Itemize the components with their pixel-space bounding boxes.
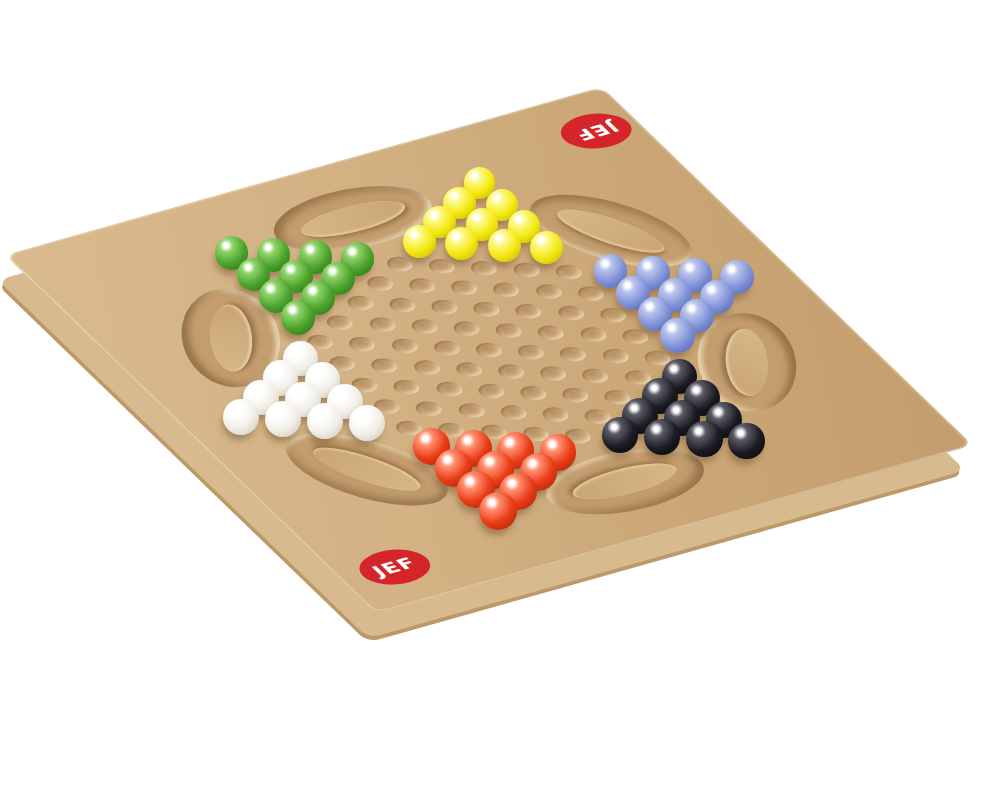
hole[interactable] [362, 274, 397, 293]
product-photo-stage: JEF JEF [0, 0, 996, 806]
hole[interactable] [365, 315, 400, 334]
hole[interactable] [404, 276, 439, 295]
hole[interactable] [558, 385, 593, 404]
hole[interactable] [424, 257, 459, 276]
hole[interactable] [454, 401, 489, 420]
hole[interactable] [493, 362, 528, 381]
hole[interactable] [578, 366, 613, 385]
hole[interactable] [431, 379, 466, 398]
hole[interactable] [471, 340, 506, 359]
hole[interactable] [489, 280, 524, 299]
hole[interactable] [513, 342, 548, 361]
hole[interactable] [407, 317, 442, 336]
marble-yellow[interactable] [530, 231, 563, 264]
hole[interactable] [345, 334, 380, 353]
marble-black[interactable] [728, 423, 765, 460]
hole[interactable] [551, 263, 586, 282]
hole[interactable] [555, 344, 590, 363]
hole[interactable] [389, 377, 424, 396]
hole[interactable] [553, 304, 588, 323]
chinese-checkers-board: JEF JEF [5, 87, 973, 613]
tray-island [563, 456, 687, 506]
hole[interactable] [496, 403, 531, 422]
marble-black[interactable] [686, 421, 723, 458]
jef-logo-top-right: JEF [549, 107, 644, 155]
hole[interactable] [469, 299, 504, 318]
hole[interactable] [533, 323, 568, 342]
hole[interactable] [449, 319, 484, 338]
hole[interactable] [538, 405, 573, 424]
hole[interactable] [367, 356, 402, 375]
hole[interactable] [385, 295, 420, 314]
hole[interactable] [573, 284, 608, 303]
hole[interactable] [342, 293, 377, 312]
hole[interactable] [491, 321, 526, 340]
hole[interactable] [427, 297, 462, 316]
hole[interactable] [509, 261, 544, 280]
hole[interactable] [511, 302, 546, 321]
tray-island [548, 202, 673, 260]
marble-white[interactable] [265, 401, 301, 437]
hole[interactable] [387, 336, 422, 355]
hole[interactable] [536, 364, 571, 383]
hole[interactable] [531, 282, 566, 301]
hole[interactable] [409, 358, 444, 377]
hole[interactable] [598, 347, 633, 366]
hole[interactable] [447, 278, 482, 297]
tray-island [305, 440, 430, 498]
marble-yellow[interactable] [488, 229, 521, 262]
hole[interactable] [382, 254, 417, 273]
hole[interactable] [575, 325, 610, 344]
marble-blue[interactable] [660, 318, 695, 353]
hole[interactable] [466, 259, 501, 278]
tray-island [723, 328, 769, 397]
hole[interactable] [473, 381, 508, 400]
tray-island [291, 194, 415, 244]
hole[interactable] [429, 338, 464, 357]
hole[interactable] [516, 383, 551, 402]
hole[interactable] [451, 360, 486, 379]
hole[interactable] [322, 313, 357, 332]
hole[interactable] [617, 327, 652, 346]
jef-logo-bottom-left: JEF [347, 543, 442, 591]
hole[interactable] [411, 399, 446, 418]
marble-white[interactable] [307, 403, 343, 439]
tray-island [208, 303, 254, 372]
marble-green[interactable] [281, 300, 315, 334]
marble-red[interactable] [479, 492, 517, 530]
marble-white[interactable] [223, 399, 259, 435]
